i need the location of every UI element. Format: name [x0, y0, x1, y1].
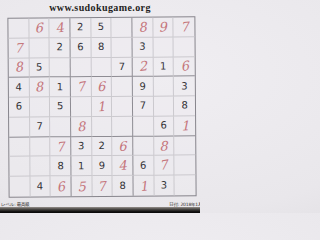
- cell-r1c6: [112, 18, 133, 38]
- cell-r6c9: 1: [174, 116, 195, 136]
- given-digit: 2: [99, 141, 105, 151]
- hand-digit: 8: [137, 20, 147, 34]
- cell-r6c6: [112, 117, 133, 137]
- given-digit: 7: [140, 101, 146, 111]
- cell-r2c8: [153, 37, 174, 57]
- cell-r6c8: 6: [154, 116, 175, 136]
- cell-r1c9: 7: [174, 17, 195, 37]
- hand-digit: 8: [14, 61, 24, 75]
- given-digit: 6: [160, 121, 166, 131]
- cell-r4c1: 4: [9, 78, 30, 98]
- hand-digit: 1: [138, 179, 148, 193]
- given-digit: 6: [77, 42, 83, 52]
- cell-r1c2: 6: [29, 18, 50, 38]
- cell-r4c2: 8: [29, 78, 50, 98]
- cell-r9c1: [9, 177, 30, 197]
- hand-digit: 6: [179, 59, 189, 73]
- cell-r5c1: 6: [9, 98, 30, 118]
- cell-r1c8: 9: [153, 17, 174, 37]
- cell-r9c7: 1: [133, 176, 154, 196]
- cell-r2c2: [29, 38, 50, 58]
- cell-r3c3: [50, 58, 71, 78]
- hand-digit: 8: [159, 139, 168, 152]
- cell-r6c1: [9, 117, 30, 137]
- hand-digit: 7: [179, 20, 188, 34]
- given-digit: 3: [139, 42, 145, 52]
- cell-r3c2: 5: [29, 58, 50, 78]
- cell-r9c4: 5: [71, 176, 92, 196]
- hand-digit: 6: [118, 139, 127, 152]
- cell-r6c7: [133, 117, 154, 137]
- hand-digit: 1: [180, 119, 189, 132]
- cell-r9c8: 3: [154, 176, 175, 196]
- cell-r9c5: 7: [92, 176, 113, 196]
- cell-r4c4: 7: [71, 77, 92, 97]
- cell-r5c4: [71, 97, 92, 117]
- given-digit: 6: [16, 102, 22, 112]
- cell-r8c8: 7: [154, 156, 175, 176]
- cell-r5c8: [154, 97, 175, 117]
- cell-r5c9: 8: [174, 96, 195, 116]
- given-digit: 7: [119, 62, 125, 72]
- cell-r9c2: 4: [30, 177, 51, 197]
- cell-r6c5: [92, 117, 113, 137]
- cell-r5c7: 7: [133, 97, 154, 117]
- cell-r8c4: 1: [71, 157, 92, 177]
- hand-digit: 6: [56, 179, 66, 193]
- cell-r4c8: [153, 77, 174, 97]
- cell-r8c7: 6: [133, 156, 154, 176]
- given-digit: 3: [181, 81, 187, 91]
- cell-r4c6: [112, 77, 133, 97]
- cell-r7c1: [9, 137, 30, 157]
- hand-digit: 6: [97, 80, 106, 93]
- cell-r7c5: 2: [92, 137, 113, 157]
- cell-r8c3: 8: [51, 157, 72, 177]
- cell-r7c2: [30, 137, 51, 157]
- cell-r1c3: 4: [50, 18, 71, 38]
- given-digit: 6: [140, 161, 146, 171]
- photo-bottom-edge: [0, 207, 200, 213]
- cell-r4c5: 6: [91, 77, 112, 97]
- given-digit: 5: [98, 22, 104, 32]
- given-digit: 8: [119, 181, 125, 191]
- given-digit: 9: [99, 161, 105, 171]
- given-digit: 1: [57, 82, 63, 92]
- hand-digit: 4: [55, 21, 65, 35]
- cell-r3c5: [91, 57, 112, 77]
- given-digit: 5: [57, 102, 63, 112]
- cell-r4c9: 3: [174, 77, 195, 97]
- cell-r3c7: 2: [133, 57, 154, 77]
- hand-digit: 7: [76, 80, 86, 94]
- cell-r5c5: 1: [92, 97, 113, 117]
- given-digit: 4: [15, 82, 21, 92]
- given-digit: 3: [78, 141, 84, 151]
- cell-r8c5: 9: [92, 156, 113, 176]
- cell-r8c1: [9, 157, 30, 177]
- cell-r9c9: [175, 176, 196, 196]
- cell-r7c9: [175, 136, 196, 156]
- given-digit: 8: [98, 42, 104, 52]
- cell-r2c5: 8: [91, 38, 112, 58]
- cell-r8c2: [30, 157, 51, 177]
- cell-r5c3: 5: [50, 97, 71, 117]
- cell-r7c7: [133, 136, 154, 156]
- cell-r4c7: 9: [133, 77, 154, 97]
- cell-r6c2: 7: [30, 117, 51, 137]
- hand-digit: 5: [77, 180, 86, 193]
- given-digit: 8: [57, 161, 63, 171]
- given-digit: 8: [181, 101, 187, 111]
- hand-digit: 7: [159, 158, 169, 172]
- cell-r9c3: 6: [51, 176, 72, 196]
- given-digit: 5: [36, 62, 42, 72]
- hand-digit: 7: [56, 139, 65, 153]
- cell-r3c8: 1: [153, 57, 174, 77]
- cell-r1c1: [8, 19, 29, 39]
- hand-digit: 7: [14, 41, 23, 54]
- cell-r3c9: 6: [174, 57, 195, 77]
- cell-r2c3: 2: [50, 38, 71, 58]
- cell-r5c6: [112, 97, 133, 117]
- hand-digit: 2: [138, 60, 147, 74]
- given-digit: 2: [57, 42, 63, 52]
- page-title: www.sudokugame.org: [0, 1, 200, 14]
- hand-digit: 1: [97, 100, 106, 114]
- cell-r2c4: 6: [71, 38, 92, 58]
- cell-r1c4: 2: [70, 18, 91, 38]
- hand-digit: 7: [97, 179, 106, 193]
- cell-r7c8: 8: [154, 136, 175, 156]
- given-digit: 7: [36, 122, 42, 132]
- cell-r3c6: 7: [112, 57, 133, 77]
- cell-r7c4: 3: [71, 137, 92, 157]
- cell-r2c6: [112, 38, 133, 58]
- cell-r2c1: 7: [9, 38, 30, 58]
- given-digit: 9: [139, 81, 145, 91]
- given-digit: 1: [78, 161, 84, 171]
- given-digit: 1: [160, 61, 166, 71]
- cell-r6c3: [50, 117, 71, 137]
- given-digit: 4: [37, 182, 43, 192]
- cell-r3c4: [71, 58, 92, 78]
- cell-r1c7: 8: [132, 18, 153, 38]
- hand-digit: 8: [76, 120, 85, 134]
- cell-r1c5: 5: [91, 18, 112, 38]
- cell-r2c7: 3: [133, 37, 154, 57]
- hand-digit: 6: [35, 21, 44, 34]
- cell-r3c1: 8: [9, 58, 30, 78]
- cell-r8c9: [175, 156, 196, 176]
- cell-r5c2: [30, 97, 51, 117]
- cell-r2c9: [174, 37, 195, 57]
- cell-r7c6: 6: [113, 136, 134, 156]
- cell-r7c3: 7: [51, 137, 72, 157]
- hand-digit: 4: [118, 159, 127, 173]
- cell-r8c6: 4: [113, 156, 134, 176]
- cell-r4c3: 1: [50, 78, 71, 98]
- hand-digit: 8: [35, 80, 44, 94]
- given-digit: 3: [161, 181, 167, 191]
- hand-digit: 9: [158, 20, 167, 33]
- cell-r9c6: 8: [113, 176, 134, 196]
- sudoku-board: 6425897726838572164817693651787861732688…: [7, 16, 196, 197]
- cell-r6c4: 8: [71, 117, 92, 137]
- given-digit: 2: [77, 23, 83, 33]
